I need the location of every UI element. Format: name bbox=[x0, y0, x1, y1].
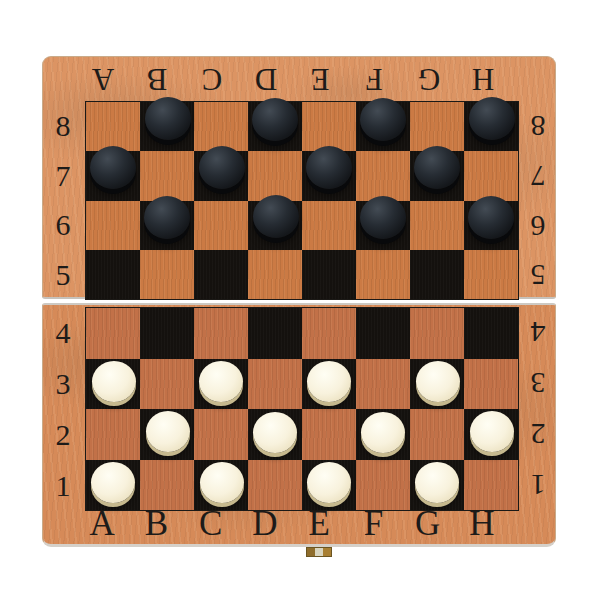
square-f5[interactable] bbox=[356, 250, 410, 299]
white-checker-f2[interactable] bbox=[361, 412, 405, 453]
square-f3[interactable] bbox=[356, 359, 410, 410]
square-c6[interactable] bbox=[194, 201, 248, 250]
black-checker-f8[interactable] bbox=[360, 98, 406, 141]
board-top-half: ABCDEFGH88776655 bbox=[42, 56, 556, 299]
product-photo-background: ABCDEFGH88776655 ABCDEFGH44332211 bbox=[0, 0, 600, 600]
rank-label-8-left: 8 bbox=[43, 101, 83, 151]
square-a2[interactable] bbox=[86, 409, 140, 460]
square-a5[interactable] bbox=[86, 250, 140, 299]
white-checker-g1[interactable] bbox=[415, 462, 459, 503]
square-f8[interactable] bbox=[356, 102, 410, 151]
square-b8[interactable] bbox=[140, 102, 194, 151]
square-g2[interactable] bbox=[410, 409, 464, 460]
black-checker-f6[interactable] bbox=[360, 196, 406, 239]
square-f6[interactable] bbox=[356, 201, 410, 250]
square-g1[interactable] bbox=[410, 460, 464, 511]
rank-label-2-right: 2 bbox=[520, 409, 556, 460]
square-f4[interactable] bbox=[356, 308, 410, 359]
rank-label-4-right: 4 bbox=[520, 307, 556, 358]
black-checker-d6[interactable] bbox=[253, 195, 299, 238]
square-d8[interactable] bbox=[248, 102, 302, 151]
white-checker-a3[interactable] bbox=[92, 361, 136, 402]
file-label-e-bottom: E bbox=[308, 506, 329, 542]
rank-label-7-right: 7 bbox=[520, 151, 556, 201]
square-c5[interactable] bbox=[194, 250, 248, 299]
square-d2[interactable] bbox=[248, 409, 302, 460]
square-h8[interactable] bbox=[464, 102, 518, 151]
latch-knob-right bbox=[323, 548, 331, 556]
square-c7[interactable] bbox=[194, 151, 248, 200]
square-g5[interactable] bbox=[410, 250, 464, 299]
rank-label-5-left: 5 bbox=[43, 250, 83, 300]
black-checker-h8[interactable] bbox=[469, 97, 515, 140]
square-d1[interactable] bbox=[248, 460, 302, 511]
white-checker-c3[interactable] bbox=[199, 361, 243, 402]
playing-grid-bottom bbox=[85, 307, 519, 511]
square-c8[interactable] bbox=[194, 102, 248, 151]
square-h1[interactable] bbox=[464, 460, 518, 511]
file-label-b-top: B bbox=[147, 63, 168, 95]
file-label-a-top: A bbox=[92, 63, 114, 95]
black-checker-e7[interactable] bbox=[306, 146, 352, 189]
rank-label-8-right: 8 bbox=[520, 101, 556, 151]
square-c4[interactable] bbox=[194, 308, 248, 359]
latch-knob-left bbox=[307, 548, 315, 556]
black-checker-h6[interactable] bbox=[468, 196, 514, 239]
square-f7[interactable] bbox=[356, 151, 410, 200]
square-a8[interactable] bbox=[86, 102, 140, 151]
square-c3[interactable] bbox=[194, 359, 248, 410]
file-label-b-bottom: B bbox=[145, 506, 168, 542]
square-f2[interactable] bbox=[356, 409, 410, 460]
square-h5[interactable] bbox=[464, 250, 518, 299]
square-g8[interactable] bbox=[410, 102, 464, 151]
file-label-e-top: E bbox=[311, 63, 330, 95]
square-d3[interactable] bbox=[248, 359, 302, 410]
white-checker-h2[interactable] bbox=[470, 411, 514, 452]
rank-label-6-right: 6 bbox=[520, 201, 556, 251]
white-checker-g3[interactable] bbox=[416, 361, 460, 402]
white-checker-a1[interactable] bbox=[91, 462, 135, 503]
square-f1[interactable] bbox=[356, 460, 410, 511]
square-e3[interactable] bbox=[302, 359, 356, 410]
file-label-c-bottom: C bbox=[199, 506, 222, 542]
square-d4[interactable] bbox=[248, 308, 302, 359]
rank-label-3-right: 3 bbox=[520, 358, 556, 409]
rank-label-6-left: 6 bbox=[43, 201, 83, 251]
file-label-g-bottom: G bbox=[415, 506, 440, 542]
square-h7[interactable] bbox=[464, 151, 518, 200]
brass-latch bbox=[306, 547, 332, 557]
square-a3[interactable] bbox=[86, 359, 140, 410]
white-checker-b2[interactable] bbox=[146, 411, 190, 452]
square-e7[interactable] bbox=[302, 151, 356, 200]
square-d5[interactable] bbox=[248, 250, 302, 299]
playing-grid-top bbox=[85, 101, 519, 300]
square-b4[interactable] bbox=[140, 308, 194, 359]
square-a6[interactable] bbox=[86, 201, 140, 250]
board-bottom-half: ABCDEFGH44332211 bbox=[42, 303, 556, 547]
rank-label-1-left: 1 bbox=[43, 460, 83, 511]
rank-label-2-left: 2 bbox=[43, 409, 83, 460]
latch-plate-center bbox=[315, 548, 323, 556]
square-b7[interactable] bbox=[140, 151, 194, 200]
square-g4[interactable] bbox=[410, 308, 464, 359]
black-checker-a7[interactable] bbox=[90, 146, 136, 189]
white-checker-e1[interactable] bbox=[307, 462, 351, 503]
black-checker-b6[interactable] bbox=[144, 196, 190, 239]
file-label-c-top: C bbox=[201, 63, 222, 95]
black-checker-g7[interactable] bbox=[414, 146, 460, 189]
square-d6[interactable] bbox=[248, 201, 302, 250]
square-a4[interactable] bbox=[86, 308, 140, 359]
square-h4[interactable] bbox=[464, 308, 518, 359]
file-label-h-top: H bbox=[472, 63, 494, 95]
file-label-d-bottom: D bbox=[252, 506, 277, 542]
square-b2[interactable] bbox=[140, 409, 194, 460]
white-checker-e3[interactable] bbox=[307, 361, 351, 402]
square-b6[interactable] bbox=[140, 201, 194, 250]
rank-label-3-left: 3 bbox=[43, 358, 83, 409]
black-checker-d8[interactable] bbox=[252, 98, 298, 141]
folding-checkers-board: ABCDEFGH88776655 ABCDEFGH44332211 bbox=[42, 56, 556, 547]
square-e4[interactable] bbox=[302, 308, 356, 359]
rank-label-7-left: 7 bbox=[43, 151, 83, 201]
square-g6[interactable] bbox=[410, 201, 464, 250]
square-h6[interactable] bbox=[464, 201, 518, 250]
square-g3[interactable] bbox=[410, 359, 464, 410]
square-h2[interactable] bbox=[464, 409, 518, 460]
square-a7[interactable] bbox=[86, 151, 140, 200]
square-b1[interactable] bbox=[140, 460, 194, 511]
black-checker-b8[interactable] bbox=[145, 97, 191, 140]
file-label-f-top: F bbox=[366, 63, 383, 95]
white-checker-d2[interactable] bbox=[253, 412, 297, 453]
square-g7[interactable] bbox=[410, 151, 464, 200]
square-e1[interactable] bbox=[302, 460, 356, 511]
square-e6[interactable] bbox=[302, 201, 356, 250]
square-a1[interactable] bbox=[86, 460, 140, 511]
file-label-h-bottom: H bbox=[469, 506, 494, 542]
file-label-a-bottom: A bbox=[89, 506, 114, 542]
rank-label-5-right: 5 bbox=[520, 250, 556, 300]
square-e2[interactable] bbox=[302, 409, 356, 460]
square-e5[interactable] bbox=[302, 250, 356, 299]
white-checker-c1[interactable] bbox=[200, 462, 244, 503]
rank-label-1-right: 1 bbox=[520, 460, 556, 511]
square-b3[interactable] bbox=[140, 359, 194, 410]
file-label-d-top: D bbox=[255, 63, 277, 95]
square-e8[interactable] bbox=[302, 102, 356, 151]
file-label-f-bottom: F bbox=[364, 506, 383, 542]
rank-label-4-left: 4 bbox=[43, 307, 83, 358]
square-c2[interactable] bbox=[194, 409, 248, 460]
file-label-g-top: G bbox=[417, 63, 439, 95]
square-c1[interactable] bbox=[194, 460, 248, 511]
square-h3[interactable] bbox=[464, 359, 518, 410]
black-checker-c7[interactable] bbox=[199, 146, 245, 189]
square-b5[interactable] bbox=[140, 250, 194, 299]
square-d7[interactable] bbox=[248, 151, 302, 200]
